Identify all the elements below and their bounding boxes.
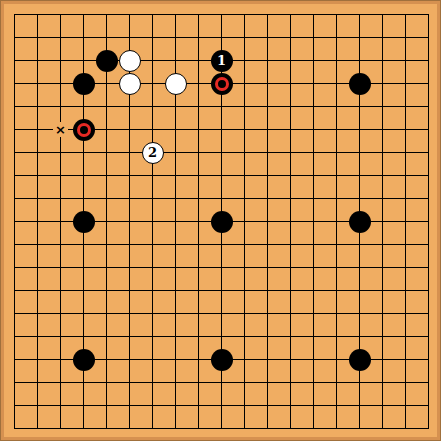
grid-line-vertical [290, 14, 291, 429]
black-stone-E17[interactable] [96, 50, 118, 72]
circle-marker [215, 77, 229, 91]
grid-line-vertical [428, 14, 429, 429]
black-stone-D14[interactable] [73, 119, 95, 141]
black-stone-D16[interactable] [73, 73, 95, 95]
black-stone-D4[interactable] [73, 349, 95, 371]
white-stone-G13-move-2[interactable]: 2 [142, 142, 164, 164]
move-number-label: 1 [217, 54, 226, 67]
black-stone-Q4[interactable] [349, 349, 371, 371]
go-board[interactable]: 12× [0, 0, 441, 441]
grid-line-vertical [336, 14, 337, 429]
grid-line-horizontal [14, 336, 429, 337]
black-stone-K4[interactable] [211, 349, 233, 371]
grid-line-vertical [405, 14, 406, 429]
grid-line-horizontal [14, 313, 429, 314]
move-number-label: 2 [148, 146, 157, 159]
grid-line-horizontal [14, 382, 429, 383]
circle-marker [77, 123, 91, 137]
grid-line-horizontal [14, 428, 429, 429]
white-stone-H16[interactable] [165, 73, 187, 95]
grid-line-vertical [244, 14, 245, 429]
white-stone-F17[interactable] [119, 50, 141, 72]
black-stone-K17-move-1[interactable]: 1 [211, 50, 233, 72]
black-stone-Q10[interactable] [349, 211, 371, 233]
grid-line-horizontal [14, 290, 429, 291]
black-stone-K10[interactable] [211, 211, 233, 233]
black-stone-K16[interactable] [211, 73, 233, 95]
black-stone-D10[interactable] [73, 211, 95, 233]
grid-line-horizontal [14, 267, 429, 268]
grid-line-vertical [382, 14, 383, 429]
black-stone-Q16[interactable] [349, 73, 371, 95]
grid-line-vertical [267, 14, 268, 429]
grid-line-horizontal [14, 405, 429, 406]
x-mark-C14: × [53, 122, 68, 137]
grid-line-horizontal [14, 244, 429, 245]
white-stone-F16[interactable] [119, 73, 141, 95]
grid-line-vertical [313, 14, 314, 429]
